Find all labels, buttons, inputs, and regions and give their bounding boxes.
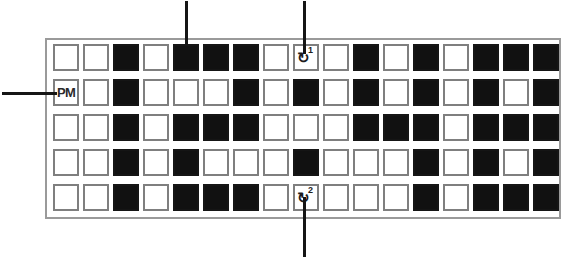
cell-r5c16-black [503,184,529,211]
cell-r2c13-black [413,79,439,106]
clock-superscript-2: 2 [308,186,313,195]
cell-r5c7-black [233,184,259,211]
cell-r5c2-white [83,184,109,211]
cell-r1c3-black [113,44,139,71]
cell-r3c15-black [473,114,499,141]
cell-r1c12-white [383,44,409,71]
cell-r2c4-white [143,79,169,106]
cell-r5c11-white [353,184,379,211]
cell-r3c9-white [293,114,319,141]
cell-r5c14-white [443,184,469,211]
cell-r1c11-black [353,44,379,71]
cell-r2c10-white [323,79,349,106]
cell-r4c3-black [113,149,139,176]
cell-r5c9-c2: ↻2 [293,184,319,211]
clock-superscript-1: 1 [308,46,313,55]
cell-r4c6-white [203,149,229,176]
cell-r2c9-black [293,79,319,106]
cell-r5c6-black [203,184,229,211]
cell-r3c3-black [113,114,139,141]
pointer-line-top-1 [185,1,188,46]
cell-r1c7-black [233,44,259,71]
cell-r4c2-white [83,149,109,176]
cell-r5c5-black [173,184,199,211]
cell-r3c14-white [443,114,469,141]
cell-r5c12-white [383,184,409,211]
cell-r1c13-black [413,44,439,71]
cell-r5c4-white [143,184,169,211]
clock-icon-2: ↻2 [298,189,314,207]
cell-r4c8-white [263,149,289,176]
cell-r2c7-black [233,79,259,106]
cell-r4c9-black [293,149,319,176]
cell-r3c13-black [413,114,439,141]
cell-r4c7-white [233,149,259,176]
cell-r3c6-black [203,114,229,141]
cell-r3c16-black [503,114,529,141]
cell-r4c11-white [353,149,379,176]
cell-r4c12-white [383,149,409,176]
cell-r1c1-white [53,44,79,71]
bitmap-grid: ↻1PM↻2 [53,44,559,211]
cell-r3c8-white [263,114,289,141]
cell-r2c6-white [203,79,229,106]
cell-r4c16-white [503,149,529,176]
cell-r3c17-black [533,114,559,141]
cell-r3c1-white [53,114,79,141]
cell-r2c16-white [503,79,529,106]
cell-r3c11-black [353,114,379,141]
cell-r4c17-black [533,149,559,176]
cell-r1c6-black [203,44,229,71]
cell-r3c2-white [83,114,109,141]
cell-r2c15-black [473,79,499,106]
cell-r2c3-black [113,79,139,106]
cell-r1c9-c1: ↻1 [293,44,319,71]
cell-r1c10-white [323,44,349,71]
cell-r3c10-white [323,114,349,141]
cell-r2c17-black [533,79,559,106]
pointer-line-left [2,92,57,95]
cell-r1c2-white [83,44,109,71]
cell-r5c3-black [113,184,139,211]
cell-r1c17-black [533,44,559,71]
pm-label: PM [57,86,75,99]
cell-r3c12-black [383,114,409,141]
cell-r4c10-white [323,149,349,176]
pointer-line-top-2 [303,1,306,54]
cell-r3c4-white [143,114,169,141]
cell-r5c17-black [533,184,559,211]
cell-r1c14-white [443,44,469,71]
cell-r4c15-black [473,149,499,176]
cell-r5c10-white [323,184,349,211]
cell-r4c1-white [53,149,79,176]
cell-r5c8-white [263,184,289,211]
cell-r1c4-white [143,44,169,71]
cell-r2c14-white [443,79,469,106]
cell-r1c16-black [503,44,529,71]
cell-r1c5-black [173,44,199,71]
pointer-line-bottom [303,197,306,257]
cell-r4c5-black [173,149,199,176]
cell-r3c7-black [233,114,259,141]
cell-r1c15-black [473,44,499,71]
cell-r2c5-white [173,79,199,106]
cell-r5c13-black [413,184,439,211]
cell-r4c14-white [443,149,469,176]
cell-r3c5-black [173,114,199,141]
cell-r2c8-white [263,79,289,106]
cell-r2c11-black [353,79,379,106]
cell-r2c12-white [383,79,409,106]
cell-r2c2-white [83,79,109,106]
cell-r1c8-white [263,44,289,71]
cell-r5c1-white [53,184,79,211]
cell-r4c13-black [413,149,439,176]
cell-r5c15-black [473,184,499,211]
cell-r4c4-white [143,149,169,176]
clock-icon-1: ↻1 [298,49,314,67]
diagram-stage: ↻1PM↻2 [0,0,566,259]
